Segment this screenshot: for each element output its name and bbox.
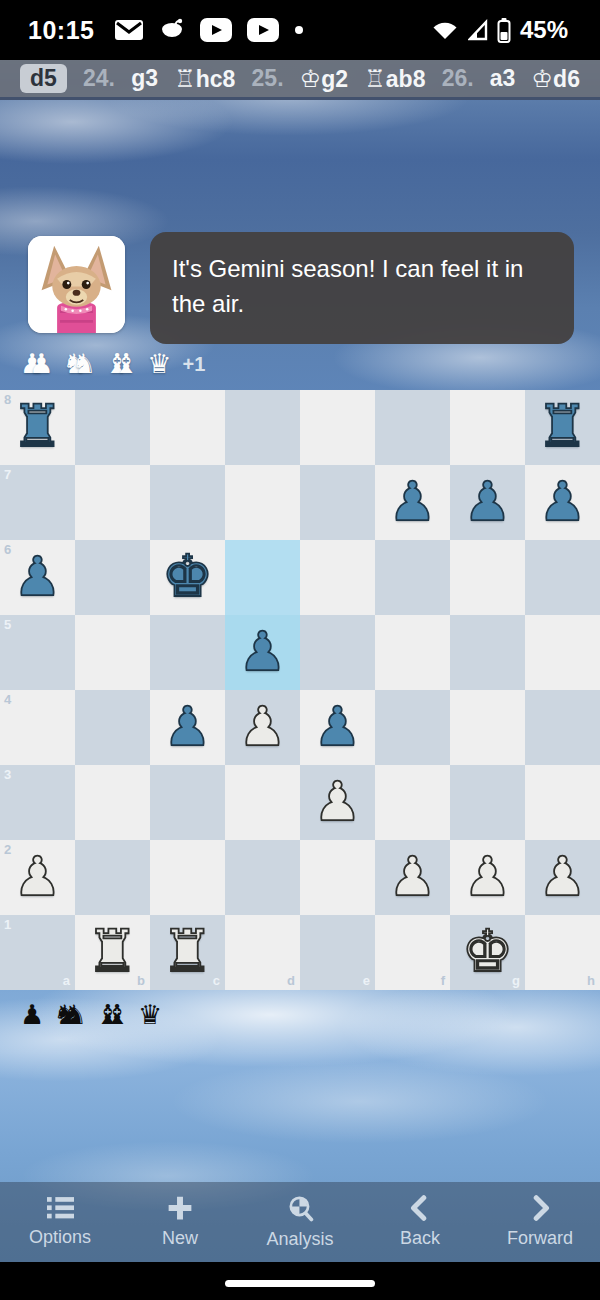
piece-black-r-a8[interactable]: ♜ bbox=[0, 390, 75, 465]
square-e1[interactable]: e bbox=[300, 915, 375, 990]
forward-label: Forward bbox=[507, 1228, 573, 1249]
square-c5[interactable] bbox=[150, 615, 225, 690]
captured-white-p: ♟ bbox=[29, 349, 53, 379]
square-b7[interactable] bbox=[75, 465, 150, 540]
piece-black-p-c4[interactable]: ♟ bbox=[150, 690, 225, 765]
square-c7[interactable] bbox=[150, 465, 225, 540]
square-d7[interactable] bbox=[225, 465, 300, 540]
square-g6[interactable] bbox=[450, 540, 525, 615]
captured-white-group: ♞♞ bbox=[62, 349, 95, 379]
piece-white-r-c1[interactable]: ♜ bbox=[150, 915, 225, 990]
captured-white-group: ♛ bbox=[147, 349, 171, 379]
piece-black-p-a6[interactable]: ♟ bbox=[0, 540, 75, 615]
magnifier-icon bbox=[287, 1195, 314, 1222]
square-g4[interactable] bbox=[450, 690, 525, 765]
chevron-left-icon bbox=[407, 1195, 433, 1221]
square-h1[interactable]: h bbox=[525, 915, 600, 990]
captured-white-n: ♞ bbox=[72, 349, 96, 379]
square-c2[interactable] bbox=[150, 840, 225, 915]
square-b4[interactable] bbox=[75, 690, 150, 765]
square-b5[interactable] bbox=[75, 615, 150, 690]
piece-white-r-b1[interactable]: ♜ bbox=[75, 915, 150, 990]
options-label: Options bbox=[29, 1227, 91, 1248]
move-list-bar: d524.g3♖hc825.♔g2♖ab826.a3♔d6 bbox=[0, 60, 600, 100]
move-item[interactable]: ♔d6 bbox=[532, 65, 580, 93]
piece-white-p-e3[interactable]: ♟ bbox=[300, 765, 375, 840]
piece-black-p-f7[interactable]: ♟ bbox=[375, 465, 450, 540]
square-g1[interactable]: g♚ bbox=[450, 915, 525, 990]
captured-black-group: ♛ bbox=[138, 1000, 162, 1030]
square-e6[interactable] bbox=[300, 540, 375, 615]
move-number: 25. bbox=[252, 65, 284, 92]
move-item[interactable]: ♖hc8 bbox=[174, 65, 235, 93]
chevron-right-icon bbox=[527, 1195, 553, 1221]
captured-white-b: ♝ bbox=[114, 349, 138, 379]
square-e7[interactable] bbox=[300, 465, 375, 540]
square-f6[interactable] bbox=[375, 540, 450, 615]
chess-board[interactable]: 8♜♜7♟♟♟6♟♚5♟4♟♟♟3♟2♟♟♟♟1ab♜c♜defg♚h bbox=[0, 390, 600, 990]
square-b3[interactable] bbox=[75, 765, 150, 840]
piece-black-p-g7[interactable]: ♟ bbox=[450, 465, 525, 540]
file-label-e: e bbox=[363, 973, 370, 988]
rank-label-1: 1 bbox=[4, 917, 11, 932]
square-b2[interactable] bbox=[75, 840, 150, 915]
square-c8[interactable] bbox=[150, 390, 225, 465]
square-h4[interactable] bbox=[525, 690, 600, 765]
cell-signal-icon bbox=[468, 19, 488, 41]
square-c4[interactable]: ♟ bbox=[150, 690, 225, 765]
piece-black-k-c6[interactable]: ♚ bbox=[150, 540, 225, 615]
home-indicator[interactable] bbox=[225, 1280, 375, 1287]
square-f3[interactable] bbox=[375, 765, 450, 840]
new-label: New bbox=[162, 1228, 198, 1249]
square-d3[interactable] bbox=[225, 765, 300, 840]
rank-label-3: 3 bbox=[4, 767, 11, 782]
list-icon bbox=[47, 1196, 74, 1220]
move-item[interactable]: g3 bbox=[131, 65, 158, 92]
square-f5[interactable] bbox=[375, 615, 450, 690]
chihuahua-avatar bbox=[28, 236, 125, 333]
analysis-label: Analysis bbox=[266, 1229, 333, 1250]
square-d4[interactable]: ♟ bbox=[225, 690, 300, 765]
notification-dot bbox=[294, 25, 304, 35]
square-d1[interactable]: d bbox=[225, 915, 300, 990]
move-item[interactable]: ♔g2 bbox=[300, 65, 348, 93]
square-h5[interactable] bbox=[525, 615, 600, 690]
drink-icon bbox=[159, 17, 185, 43]
square-f2[interactable]: ♟ bbox=[375, 840, 450, 915]
square-a8[interactable]: 8♜ bbox=[0, 390, 75, 465]
email-icon bbox=[114, 18, 144, 42]
square-a5[interactable]: 5 bbox=[0, 615, 75, 690]
square-a1[interactable]: 1a bbox=[0, 915, 75, 990]
square-h8[interactable]: ♜ bbox=[525, 390, 600, 465]
square-h7[interactable]: ♟ bbox=[525, 465, 600, 540]
square-c6[interactable]: ♚ bbox=[150, 540, 225, 615]
square-g7[interactable]: ♟ bbox=[450, 465, 525, 540]
square-f8[interactable] bbox=[375, 390, 450, 465]
android-status-bar: 10:15 45% bbox=[0, 0, 600, 60]
move-number: 26. bbox=[442, 65, 474, 92]
square-e2[interactable] bbox=[300, 840, 375, 915]
square-a6[interactable]: 6♟ bbox=[0, 540, 75, 615]
captured-black-b: ♝ bbox=[105, 1000, 129, 1030]
options-button[interactable]: Options bbox=[0, 1182, 120, 1262]
move-item[interactable]: a3 bbox=[490, 65, 516, 92]
square-c3[interactable] bbox=[150, 765, 225, 840]
piece-black-r-h8[interactable]: ♜ bbox=[525, 390, 600, 465]
square-f4[interactable] bbox=[375, 690, 450, 765]
square-e8[interactable] bbox=[300, 390, 375, 465]
file-label-h: h bbox=[587, 973, 595, 988]
wifi-icon bbox=[431, 19, 459, 41]
clock-time: 10:15 bbox=[28, 16, 94, 45]
square-b1[interactable]: b♜ bbox=[75, 915, 150, 990]
rank-label-7: 7 bbox=[4, 467, 11, 482]
captured-tray-white-player: ♟♞♞♝♝♛ bbox=[20, 1000, 162, 1030]
plus-icon bbox=[167, 1195, 193, 1221]
chat-message: It's Gemini season! I can feel it in the… bbox=[172, 255, 523, 317]
piece-white-k-g1[interactable]: ♚ bbox=[450, 915, 525, 990]
move-number: 24. bbox=[83, 65, 115, 92]
captured-black-group: ♝♝ bbox=[96, 1000, 129, 1030]
square-b8[interactable] bbox=[75, 390, 150, 465]
square-d8[interactable] bbox=[225, 390, 300, 465]
square-h2[interactable]: ♟ bbox=[525, 840, 600, 915]
square-a2[interactable]: 2♟ bbox=[0, 840, 75, 915]
square-h6[interactable] bbox=[525, 540, 600, 615]
square-a3[interactable]: 3 bbox=[0, 765, 75, 840]
youtube-icon bbox=[247, 18, 279, 42]
piece-figurine: ♖ bbox=[174, 65, 196, 93]
bottom-toolbar: Options New Analysis Back bbox=[0, 1182, 600, 1262]
square-a7[interactable]: 7 bbox=[0, 465, 75, 540]
piece-black-p-h7[interactable]: ♟ bbox=[525, 465, 600, 540]
square-c1[interactable]: c♜ bbox=[150, 915, 225, 990]
piece-white-p-d4[interactable]: ♟ bbox=[225, 690, 300, 765]
material-advantage: +1 bbox=[183, 353, 206, 376]
piece-white-p-g2[interactable]: ♟ bbox=[450, 840, 525, 915]
captured-white-q: ♛ bbox=[147, 349, 171, 379]
captured-white-group: ♝♝ bbox=[105, 349, 138, 379]
back-label: Back bbox=[400, 1228, 440, 1249]
battery-percent: 45% bbox=[520, 16, 568, 44]
rank-label-5: 5 bbox=[4, 617, 11, 632]
piece-black-p-e4[interactable]: ♟ bbox=[300, 690, 375, 765]
square-g8[interactable] bbox=[450, 390, 525, 465]
file-label-d: d bbox=[287, 973, 295, 988]
piece-white-p-f2[interactable]: ♟ bbox=[375, 840, 450, 915]
move-item[interactable]: ♖ab8 bbox=[364, 65, 425, 93]
square-g5[interactable] bbox=[450, 615, 525, 690]
captured-white-group: ♟♟ bbox=[20, 349, 53, 379]
captured-black-group: ♟ bbox=[20, 1000, 44, 1030]
square-g3[interactable] bbox=[450, 765, 525, 840]
piece-figurine: ♔ bbox=[300, 65, 322, 93]
square-h3[interactable] bbox=[525, 765, 600, 840]
youtube-icon bbox=[200, 18, 232, 42]
square-d5[interactable]: ♟ bbox=[225, 615, 300, 690]
square-f1[interactable]: f bbox=[375, 915, 450, 990]
square-e4[interactable]: ♟ bbox=[300, 690, 375, 765]
file-label-a: a bbox=[63, 973, 70, 988]
square-b6[interactable] bbox=[75, 540, 150, 615]
piece-white-p-h2[interactable]: ♟ bbox=[525, 840, 600, 915]
analysis-button[interactable]: Analysis bbox=[240, 1182, 360, 1262]
captured-black-q: ♛ bbox=[138, 1000, 162, 1030]
square-d2[interactable] bbox=[225, 840, 300, 915]
square-a4[interactable]: 4 bbox=[0, 690, 75, 765]
square-d6[interactable] bbox=[225, 540, 300, 615]
square-e5[interactable] bbox=[300, 615, 375, 690]
battery-icon bbox=[497, 17, 511, 43]
file-label-f: f bbox=[441, 973, 445, 988]
piece-white-p-a2[interactable]: ♟ bbox=[0, 840, 75, 915]
back-button[interactable]: Back bbox=[360, 1182, 480, 1262]
captured-black-p: ♟ bbox=[20, 1000, 44, 1030]
rank-label-4: 4 bbox=[4, 692, 11, 707]
new-game-button[interactable]: New bbox=[120, 1182, 240, 1262]
captured-tray-black-player: ♟♟♞♞♝♝♛+1 bbox=[20, 349, 205, 379]
chat-bubble: It's Gemini season! I can feel it in the… bbox=[150, 232, 574, 344]
phone-screen: { "status_bar": { "time": "10:15", "batt… bbox=[0, 0, 600, 1300]
piece-figurine: ♖ bbox=[364, 65, 386, 93]
square-e3[interactable]: ♟ bbox=[300, 765, 375, 840]
piece-figurine: ♔ bbox=[532, 65, 554, 93]
captured-black-group: ♞♞ bbox=[53, 1000, 86, 1030]
piece-black-p-d5[interactable]: ♟ bbox=[225, 615, 300, 690]
square-g2[interactable]: ♟ bbox=[450, 840, 525, 915]
captured-black-n: ♞ bbox=[62, 1000, 86, 1030]
current-move[interactable]: d5 bbox=[20, 64, 67, 93]
square-f7[interactable]: ♟ bbox=[375, 465, 450, 540]
forward-button[interactable]: Forward bbox=[480, 1182, 600, 1262]
chihuahua-illustration bbox=[28, 236, 125, 333]
